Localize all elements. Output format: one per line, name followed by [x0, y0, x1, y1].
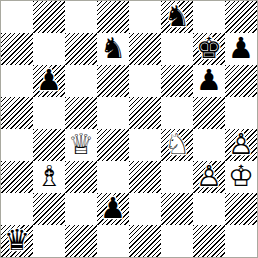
square-f2[interactable]	[161, 193, 193, 225]
square-h5[interactable]	[225, 97, 257, 129]
piece-black-queen-a1: ♛♛	[1, 225, 33, 257]
square-f4[interactable]: ♞♘	[161, 129, 193, 161]
square-h2[interactable]	[225, 193, 257, 225]
chess-board: ♞♞♞♞♚♚♟♟♟♟♟♟♛♕♞♘♟♙♝♗♟♙♚♔♟♟♛♛	[0, 0, 258, 258]
square-a8[interactable]	[1, 1, 33, 33]
square-e7[interactable]	[129, 33, 161, 65]
square-c4[interactable]: ♛♕	[65, 129, 97, 161]
piece-black-knight-f8: ♞♞	[161, 1, 193, 33]
square-f6[interactable]	[161, 65, 193, 97]
square-c3[interactable]	[65, 161, 97, 193]
square-c7[interactable]	[65, 33, 97, 65]
square-f3[interactable]	[161, 161, 193, 193]
square-c8[interactable]	[65, 1, 97, 33]
piece-black-pawn-g6: ♟♟	[193, 65, 225, 97]
square-e6[interactable]	[129, 65, 161, 97]
piece-black-pawn-b6: ♟♟	[33, 65, 65, 97]
square-h3[interactable]: ♚♔	[225, 161, 257, 193]
square-g7[interactable]: ♚♚	[193, 33, 225, 65]
square-d1[interactable]	[97, 225, 129, 257]
square-g5[interactable]	[193, 97, 225, 129]
square-h1[interactable]	[225, 225, 257, 257]
square-b1[interactable]	[33, 225, 65, 257]
square-g2[interactable]	[193, 193, 225, 225]
square-b3[interactable]: ♝♗	[33, 161, 65, 193]
square-a7[interactable]	[1, 33, 33, 65]
square-f7[interactable]	[161, 33, 193, 65]
square-d3[interactable]	[97, 161, 129, 193]
square-e5[interactable]	[129, 97, 161, 129]
square-c1[interactable]	[65, 225, 97, 257]
square-e3[interactable]	[129, 161, 161, 193]
square-f8[interactable]: ♞♞	[161, 1, 193, 33]
piece-white-pawn-g3: ♟♙	[193, 161, 225, 193]
square-g8[interactable]	[193, 1, 225, 33]
square-b4[interactable]	[33, 129, 65, 161]
square-e4[interactable]	[129, 129, 161, 161]
square-e1[interactable]	[129, 225, 161, 257]
square-a4[interactable]	[1, 129, 33, 161]
square-c6[interactable]	[65, 65, 97, 97]
piece-white-queen-c4: ♛♕	[65, 129, 97, 161]
square-h4[interactable]: ♟♙	[225, 129, 257, 161]
piece-white-bishop-b3: ♝♗	[33, 161, 65, 193]
square-b8[interactable]	[33, 1, 65, 33]
square-b5[interactable]	[33, 97, 65, 129]
square-c5[interactable]	[65, 97, 97, 129]
square-g1[interactable]	[193, 225, 225, 257]
square-h7[interactable]: ♟♟	[225, 33, 257, 65]
piece-white-knight-f4: ♞♘	[161, 129, 193, 161]
square-b2[interactable]	[33, 193, 65, 225]
square-g4[interactable]	[193, 129, 225, 161]
square-d8[interactable]	[97, 1, 129, 33]
square-d4[interactable]	[97, 129, 129, 161]
square-a3[interactable]	[1, 161, 33, 193]
square-d2[interactable]: ♟♟	[97, 193, 129, 225]
piece-white-king-h3: ♚♔	[225, 161, 257, 193]
piece-black-king-g7: ♚♚	[193, 33, 225, 65]
square-b6[interactable]: ♟♟	[33, 65, 65, 97]
square-g6[interactable]: ♟♟	[193, 65, 225, 97]
diagram-area: ♞♞♞♞♚♚♟♟♟♟♟♟♛♕♞♘♟♙♝♗♟♙♚♔♟♟♛♛	[0, 0, 258, 258]
square-h6[interactable]	[225, 65, 257, 97]
piece-black-knight-d7: ♞♞	[97, 33, 129, 65]
square-a6[interactable]	[1, 65, 33, 97]
square-d7[interactable]: ♞♞	[97, 33, 129, 65]
piece-black-pawn-h7: ♟♟	[225, 33, 257, 65]
square-a1[interactable]: ♛♛	[1, 225, 33, 257]
square-c2[interactable]	[65, 193, 97, 225]
square-g3[interactable]: ♟♙	[193, 161, 225, 193]
piece-black-pawn-d2: ♟♟	[97, 193, 129, 225]
square-f1[interactable]	[161, 225, 193, 257]
piece-white-pawn-h4: ♟♙	[225, 129, 257, 161]
square-f5[interactable]	[161, 97, 193, 129]
square-h8[interactable]	[225, 1, 257, 33]
square-d5[interactable]	[97, 97, 129, 129]
square-e8[interactable]	[129, 1, 161, 33]
square-e2[interactable]	[129, 193, 161, 225]
square-b7[interactable]	[33, 33, 65, 65]
square-a5[interactable]	[1, 97, 33, 129]
square-d6[interactable]	[97, 65, 129, 97]
square-a2[interactable]	[1, 193, 33, 225]
